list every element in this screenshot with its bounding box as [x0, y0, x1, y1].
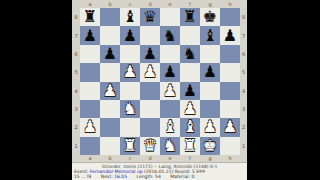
square-d4[interactable] [140, 82, 160, 100]
square-g4[interactable] [200, 82, 220, 100]
piece-white-pawn: ♟ [203, 119, 217, 135]
file-label-c: c [120, 0, 140, 8]
square-f1[interactable]: ♜ [180, 137, 200, 155]
square-d7[interactable] [140, 26, 160, 44]
file-label-f: f [180, 0, 200, 8]
piece-black-rook: ♜ [183, 9, 197, 25]
length-label: Length: [137, 174, 154, 179]
square-f5[interactable] [180, 63, 200, 81]
square-d5[interactable]: ♟ [140, 63, 160, 81]
file-label-g: g [200, 0, 220, 8]
square-d2[interactable] [140, 118, 160, 136]
square-e6[interactable] [160, 45, 180, 63]
square-g7[interactable]: ♝ [200, 26, 220, 44]
square-b4[interactable]: ♟ [100, 82, 120, 100]
piece-white-knight: ♞ [163, 138, 177, 154]
square-a6[interactable] [80, 45, 100, 63]
piece-white-queen: ♛ [143, 138, 157, 154]
square-c6[interactable] [120, 45, 140, 63]
chess-app-window: abcdefgh 87654321 ♜♝♛♜♚♟♟♞♝♟♟♟♞♟♟♟♟♟♟♟♞♟… [72, 0, 247, 180]
square-b7[interactable] [100, 26, 120, 44]
square-f4[interactable]: ♟ [180, 82, 200, 100]
square-h2[interactable]: ♟ [220, 118, 240, 136]
square-b5[interactable] [100, 63, 120, 81]
piece-black-bishop: ♝ [203, 28, 217, 44]
square-a7[interactable]: ♟ [80, 26, 100, 44]
game-info-panel: Stineder, Denis (2171) -- Laing, Kreinid… [72, 162, 247, 180]
rank-label-8: 8 [72, 8, 80, 26]
file-label-h: h [220, 0, 240, 8]
square-c4[interactable] [120, 82, 140, 100]
piece-white-pawn: ♟ [143, 64, 157, 80]
square-a5[interactable] [80, 63, 100, 81]
rank-label-2: 2 [240, 118, 247, 136]
square-f6[interactable]: ♞ [180, 45, 200, 63]
square-e8[interactable] [160, 8, 180, 26]
file-label-f: f [180, 155, 200, 162]
file-labels-top: abcdefgh [72, 0, 247, 8]
piece-white-pawn: ♟ [223, 119, 237, 135]
piece-black-pawn: ♟ [203, 64, 217, 80]
square-h4[interactable] [220, 82, 240, 100]
file-label-e: e [160, 155, 180, 162]
file-label-d: d [140, 0, 160, 8]
file-label-d: d [140, 155, 160, 162]
length-value: 54 [155, 174, 161, 179]
piece-black-pawn: ♟ [163, 64, 177, 80]
rank-label-6: 6 [240, 45, 247, 63]
rank-label-7: 7 [72, 26, 80, 44]
square-c2[interactable] [120, 118, 140, 136]
piece-white-knight: ♞ [123, 101, 137, 117]
move-context: 15 ... f4 [74, 174, 91, 179]
piece-white-pawn: ♟ [83, 119, 97, 135]
piece-black-knight: ♞ [163, 28, 177, 44]
piece-white-pawn: ♟ [183, 101, 197, 117]
piece-black-queen: ♛ [143, 9, 157, 25]
rank-label-3: 3 [240, 100, 247, 118]
rank-label-4: 4 [72, 82, 80, 100]
status-line: 15 ... f4 Next: 16.b5 Length: 54 Materia… [74, 174, 245, 179]
file-label-e: e [160, 0, 180, 8]
square-f7[interactable] [180, 26, 200, 44]
square-e2[interactable]: ♝ [160, 118, 180, 136]
material-label: Material: [170, 174, 190, 179]
piece-white-rook: ♜ [123, 138, 137, 154]
rank-labels-left: 87654321 [72, 8, 80, 155]
material-value: 0 [191, 174, 194, 179]
square-e7[interactable]: ♞ [160, 26, 180, 44]
square-d3[interactable] [140, 100, 160, 118]
square-g3[interactable] [200, 100, 220, 118]
piece-white-pawn: ♟ [123, 64, 137, 80]
file-label-c: c [120, 155, 140, 162]
square-e4[interactable]: ♟ [160, 82, 180, 100]
square-h7[interactable]: ♟ [220, 26, 240, 44]
rank-label-6: 6 [72, 45, 80, 63]
square-e1[interactable]: ♞ [160, 137, 180, 155]
piece-black-bishop: ♝ [123, 9, 137, 25]
file-label-a: a [80, 0, 100, 8]
square-a8[interactable]: ♜ [80, 8, 100, 26]
piece-white-pawn: ♟ [163, 83, 177, 99]
piece-white-pawn: ♟ [103, 83, 117, 99]
square-g5[interactable]: ♟ [200, 63, 220, 81]
square-h8[interactable] [220, 8, 240, 26]
rank-label-7: 7 [240, 26, 247, 44]
square-f2[interactable]: ♝ [180, 118, 200, 136]
square-g1[interactable]: ♚ [200, 137, 220, 155]
square-c3[interactable]: ♞ [120, 100, 140, 118]
square-d8[interactable]: ♛ [140, 8, 160, 26]
square-d1[interactable]: ♛ [140, 137, 160, 155]
square-e3[interactable] [160, 100, 180, 118]
square-h5[interactable] [220, 63, 240, 81]
square-f8[interactable]: ♜ [180, 8, 200, 26]
piece-black-pawn: ♟ [143, 46, 157, 62]
file-labels-bottom: abcdefgh [72, 155, 247, 162]
square-b2[interactable] [100, 118, 120, 136]
square-c8[interactable]: ♝ [120, 8, 140, 26]
square-b6[interactable]: ♟ [100, 45, 120, 63]
rank-label-3: 3 [72, 100, 80, 118]
square-f3[interactable]: ♟ [180, 100, 200, 118]
rank-label-1: 1 [240, 137, 247, 155]
piece-white-rook: ♜ [183, 138, 197, 154]
piece-black-king: ♚ [203, 9, 217, 25]
file-label-h: h [220, 155, 240, 162]
square-a4[interactable] [80, 82, 100, 100]
square-g6[interactable] [200, 45, 220, 63]
piece-black-rook: ♜ [83, 9, 97, 25]
square-c1[interactable]: ♜ [120, 137, 140, 155]
square-g2[interactable]: ♟ [200, 118, 220, 136]
square-h3[interactable] [220, 100, 240, 118]
rank-label-5: 5 [72, 63, 80, 81]
piece-white-bishop: ♝ [183, 119, 197, 135]
file-label-b: b [100, 0, 120, 8]
rank-label-1: 1 [72, 137, 80, 155]
square-c5[interactable]: ♟ [120, 63, 140, 81]
piece-black-pawn: ♟ [183, 83, 197, 99]
rank-label-4: 4 [240, 82, 247, 100]
piece-black-pawn: ♟ [123, 28, 137, 44]
piece-black-pawn: ♟ [103, 46, 117, 62]
square-h1[interactable] [220, 137, 240, 155]
file-label-g: g [200, 155, 220, 162]
chess-board[interactable]: ♜♝♛♜♚♟♟♞♝♟♟♟♞♟♟♟♟♟♟♟♞♟♟♝♝♟♟♜♛♞♜♚ [80, 8, 240, 155]
rank-label-8: 8 [240, 8, 247, 26]
next-label: Next: [101, 174, 113, 179]
square-c7[interactable]: ♟ [120, 26, 140, 44]
square-g8[interactable]: ♚ [200, 8, 220, 26]
square-a3[interactable] [80, 100, 100, 118]
square-d6[interactable]: ♟ [140, 45, 160, 63]
piece-white-king: ♚ [203, 138, 217, 154]
square-a2[interactable]: ♟ [80, 118, 100, 136]
piece-black-pawn: ♟ [223, 28, 237, 44]
square-b8[interactable] [100, 8, 120, 26]
square-h6[interactable] [220, 45, 240, 63]
square-b3[interactable] [100, 100, 120, 118]
rank-labels-right: 87654321 [240, 8, 247, 155]
piece-white-bishop: ♝ [163, 119, 177, 135]
file-label-a: a [80, 155, 100, 162]
file-label-b: b [100, 155, 120, 162]
next-move-link[interactable]: 16.b5 [114, 174, 127, 179]
piece-black-pawn: ♟ [83, 28, 97, 44]
square-b1[interactable] [100, 137, 120, 155]
rank-label-2: 2 [72, 118, 80, 136]
video-frame: abcdefgh 87654321 ♜♝♛♜♚♟♟♞♝♟♟♟♞♟♟♟♟♟♟♟♞♟… [0, 0, 320, 180]
square-e5[interactable]: ♟ [160, 63, 180, 81]
square-a1[interactable] [80, 137, 100, 155]
rank-label-5: 5 [240, 63, 247, 81]
piece-black-knight: ♞ [183, 46, 197, 62]
